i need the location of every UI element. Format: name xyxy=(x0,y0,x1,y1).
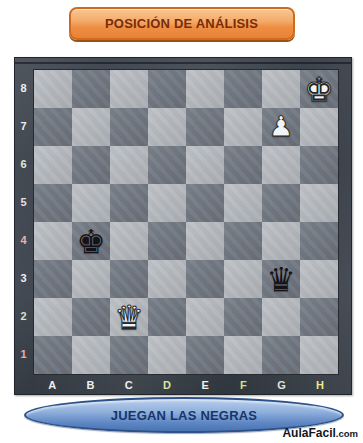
square-d7[interactable] xyxy=(148,108,186,146)
black-queen-piece: ♛ xyxy=(266,263,296,296)
square-c5[interactable] xyxy=(110,184,148,222)
white-pawn-piece: ♟ xyxy=(268,113,293,141)
rank-label-4: 4 xyxy=(14,221,33,259)
square-h8[interactable]: ♚ xyxy=(300,70,338,108)
square-d2[interactable] xyxy=(148,298,186,336)
file-label-b: B xyxy=(71,375,109,394)
square-a1[interactable] xyxy=(34,336,72,374)
black-king-piece: ♚ xyxy=(76,225,106,258)
file-label-f: F xyxy=(224,375,262,394)
side-to-move-label: JUEGAN LAS NEGRAS xyxy=(111,408,257,423)
square-d1[interactable] xyxy=(148,336,186,374)
square-g5[interactable] xyxy=(262,184,300,222)
square-g7[interactable]: ♟ xyxy=(262,108,300,146)
square-c3[interactable] xyxy=(110,260,148,298)
square-h7[interactable] xyxy=(300,108,338,146)
square-g4[interactable] xyxy=(262,222,300,260)
square-f1[interactable] xyxy=(224,336,262,374)
analysis-banner-label: POSICIÓN DE ANÁLISIS xyxy=(105,16,258,31)
file-label-a: A xyxy=(33,375,71,394)
white-king-piece: ♚ xyxy=(304,73,334,106)
square-f8[interactable] xyxy=(224,70,262,108)
square-b2[interactable] xyxy=(72,298,110,336)
file-labels: ABCDEFGH xyxy=(33,375,339,394)
square-e2[interactable] xyxy=(186,298,224,336)
file-label-g: G xyxy=(263,375,301,394)
square-a6[interactable] xyxy=(34,146,72,184)
square-c7[interactable] xyxy=(110,108,148,146)
square-g1[interactable] xyxy=(262,336,300,374)
rank-labels: 87654321 xyxy=(14,69,33,373)
square-h6[interactable] xyxy=(300,146,338,184)
square-e3[interactable] xyxy=(186,260,224,298)
square-d6[interactable] xyxy=(148,146,186,184)
file-label-d: D xyxy=(148,375,186,394)
square-f4[interactable] xyxy=(224,222,262,260)
square-h5[interactable] xyxy=(300,184,338,222)
square-b6[interactable] xyxy=(72,146,110,184)
square-c8[interactable] xyxy=(110,70,148,108)
square-e1[interactable] xyxy=(186,336,224,374)
square-d5[interactable] xyxy=(148,184,186,222)
rank-label-7: 7 xyxy=(14,107,33,145)
square-f2[interactable] xyxy=(224,298,262,336)
square-b5[interactable] xyxy=(72,184,110,222)
square-g6[interactable] xyxy=(262,146,300,184)
rank-label-3: 3 xyxy=(14,259,33,297)
square-h2[interactable] xyxy=(300,298,338,336)
square-d3[interactable] xyxy=(148,260,186,298)
brand-link[interactable]: AulaFacil.com xyxy=(282,427,358,440)
brand-suffix: .com xyxy=(336,428,358,439)
square-e7[interactable] xyxy=(186,108,224,146)
rank-label-8: 8 xyxy=(14,69,33,107)
rank-label-2: 2 xyxy=(14,297,33,335)
square-e6[interactable] xyxy=(186,146,224,184)
square-a5[interactable] xyxy=(34,184,72,222)
square-g2[interactable] xyxy=(262,298,300,336)
square-a4[interactable] xyxy=(34,222,72,260)
square-a7[interactable] xyxy=(34,108,72,146)
square-b3[interactable] xyxy=(72,260,110,298)
square-a8[interactable] xyxy=(34,70,72,108)
square-a2[interactable] xyxy=(34,298,72,336)
brand-name: AulaFacil xyxy=(282,426,335,440)
file-label-h: H xyxy=(301,375,339,394)
square-f5[interactable] xyxy=(224,184,262,222)
square-e4[interactable] xyxy=(186,222,224,260)
square-h1[interactable] xyxy=(300,336,338,374)
chess-board-frame: 87654321 ♚♟♚♛♛ ABCDEFGH xyxy=(14,57,352,395)
square-g3[interactable]: ♛ xyxy=(262,260,300,298)
file-label-e: E xyxy=(186,375,224,394)
square-g8[interactable] xyxy=(262,70,300,108)
square-b7[interactable] xyxy=(72,108,110,146)
square-b8[interactable] xyxy=(72,70,110,108)
square-d8[interactable] xyxy=(148,70,186,108)
square-h3[interactable] xyxy=(300,260,338,298)
square-h4[interactable] xyxy=(300,222,338,260)
square-b4[interactable]: ♚ xyxy=(72,222,110,260)
square-f3[interactable] xyxy=(224,260,262,298)
square-e5[interactable] xyxy=(186,184,224,222)
rank-label-5: 5 xyxy=(14,183,33,221)
square-b1[interactable] xyxy=(72,336,110,374)
square-f7[interactable] xyxy=(224,108,262,146)
file-label-c: C xyxy=(110,375,148,394)
white-queen-piece: ♛ xyxy=(114,301,144,334)
chess-board: ♚♟♚♛♛ xyxy=(33,69,339,375)
square-a3[interactable] xyxy=(34,260,72,298)
rank-label-1: 1 xyxy=(14,335,33,373)
square-c2[interactable]: ♛ xyxy=(110,298,148,336)
square-c4[interactable] xyxy=(110,222,148,260)
square-e8[interactable] xyxy=(186,70,224,108)
square-d4[interactable] xyxy=(148,222,186,260)
square-f6[interactable] xyxy=(224,146,262,184)
square-c6[interactable] xyxy=(110,146,148,184)
analysis-banner[interactable]: POSICIÓN DE ANÁLISIS xyxy=(69,7,295,40)
rank-label-6: 6 xyxy=(14,145,33,183)
square-c1[interactable] xyxy=(110,336,148,374)
